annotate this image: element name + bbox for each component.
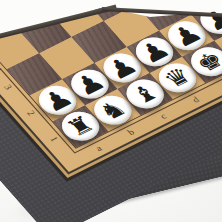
rank-label-3: 3: [0, 79, 17, 96]
rank-label-2: 2: [21, 105, 40, 122]
chess-case: 12345678abcdefgh ♜♞♝♛♚♝♞♜♟♟♟♟♟♟♟♟♟♟♟♟♟♟♟…: [0, 0, 222, 222]
chess-set-photo: 12345678abcdefgh ♜♞♝♛♚♝♞♜♟♟♟♟♟♟♟♟♟♟♟♟♟♟♟…: [0, 0, 222, 222]
rank-label-1: 1: [44, 131, 63, 148]
